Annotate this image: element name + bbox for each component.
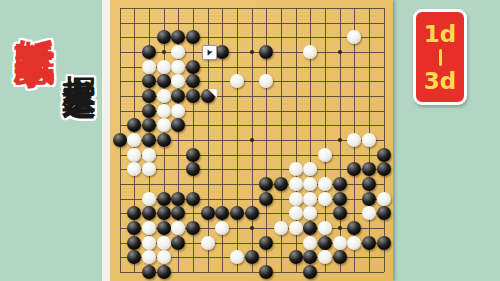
white-stone[interactable] bbox=[157, 250, 171, 264]
black-stone[interactable] bbox=[142, 118, 156, 132]
black-stone[interactable] bbox=[333, 192, 347, 206]
divider-strip bbox=[102, 0, 110, 281]
black-stone[interactable] bbox=[274, 177, 288, 191]
black-stone[interactable] bbox=[186, 30, 200, 44]
white-stone[interactable] bbox=[142, 250, 156, 264]
black-stone[interactable] bbox=[127, 236, 141, 250]
black-stone[interactable] bbox=[347, 221, 361, 235]
white-stone[interactable] bbox=[289, 162, 303, 176]
black-stone[interactable] bbox=[303, 265, 317, 279]
white-stone[interactable] bbox=[171, 60, 185, 74]
badge-rank-bottom: 3d bbox=[424, 69, 456, 93]
black-stone[interactable] bbox=[186, 192, 200, 206]
white-stone[interactable] bbox=[142, 221, 156, 235]
white-stone[interactable] bbox=[303, 162, 317, 176]
black-stone[interactable] bbox=[362, 177, 376, 191]
white-stone[interactable] bbox=[157, 60, 171, 74]
white-stone[interactable] bbox=[318, 177, 332, 191]
black-stone[interactable] bbox=[157, 133, 171, 147]
black-stone[interactable] bbox=[333, 206, 347, 220]
white-stone[interactable] bbox=[289, 177, 303, 191]
black-stone[interactable] bbox=[142, 89, 156, 103]
white-stone[interactable] bbox=[362, 206, 376, 220]
black-stone[interactable] bbox=[259, 192, 273, 206]
black-stone[interactable] bbox=[171, 192, 185, 206]
black-stone[interactable] bbox=[186, 148, 200, 162]
white-stone[interactable] bbox=[347, 133, 361, 147]
black-stone[interactable] bbox=[186, 89, 200, 103]
white-stone[interactable] bbox=[171, 45, 185, 59]
white-stone[interactable] bbox=[274, 221, 288, 235]
black-stone[interactable] bbox=[157, 30, 171, 44]
white-stone[interactable] bbox=[142, 60, 156, 74]
white-stone[interactable] bbox=[142, 162, 156, 176]
white-stone[interactable] bbox=[289, 206, 303, 220]
black-stone[interactable] bbox=[377, 236, 391, 250]
white-stone[interactable] bbox=[157, 104, 171, 118]
white-stone[interactable] bbox=[289, 221, 303, 235]
black-stone[interactable] bbox=[289, 250, 303, 264]
star-point bbox=[338, 138, 342, 142]
white-stone[interactable] bbox=[230, 74, 244, 88]
black-stone[interactable] bbox=[127, 118, 141, 132]
black-stone[interactable] bbox=[201, 206, 215, 220]
white-stone[interactable] bbox=[201, 236, 215, 250]
black-stone[interactable] bbox=[215, 45, 229, 59]
white-stone[interactable] bbox=[303, 206, 317, 220]
black-stone[interactable] bbox=[362, 162, 376, 176]
white-stone[interactable] bbox=[303, 236, 317, 250]
black-stone[interactable] bbox=[303, 250, 317, 264]
black-stone[interactable] bbox=[171, 206, 185, 220]
white-stone[interactable] bbox=[289, 192, 303, 206]
black-stone[interactable] bbox=[245, 250, 259, 264]
white-stone[interactable] bbox=[142, 192, 156, 206]
grid-line-horizontal bbox=[120, 169, 384, 170]
black-stone[interactable] bbox=[333, 250, 347, 264]
black-stone[interactable] bbox=[377, 148, 391, 162]
black-stone[interactable] bbox=[259, 177, 273, 191]
badge-rank-top: 1d bbox=[424, 22, 456, 46]
badge-separator-bar bbox=[439, 49, 442, 66]
white-stone[interactable] bbox=[127, 133, 141, 147]
black-stone[interactable] bbox=[142, 206, 156, 220]
black-stone[interactable] bbox=[186, 221, 200, 235]
mouse-cursor-icon: ➤ bbox=[202, 45, 217, 60]
black-stone[interactable] bbox=[142, 104, 156, 118]
star-point bbox=[338, 50, 342, 54]
black-stone[interactable] bbox=[377, 162, 391, 176]
white-stone[interactable] bbox=[303, 177, 317, 191]
black-stone[interactable] bbox=[318, 236, 332, 250]
white-stone[interactable] bbox=[127, 162, 141, 176]
star-point bbox=[250, 50, 254, 54]
black-stone[interactable] bbox=[113, 133, 127, 147]
black-stone[interactable] bbox=[259, 265, 273, 279]
white-stone[interactable] bbox=[377, 192, 391, 206]
star-point bbox=[338, 226, 342, 230]
black-stone[interactable] bbox=[157, 265, 171, 279]
black-stone[interactable] bbox=[245, 206, 259, 220]
black-stone[interactable] bbox=[171, 30, 185, 44]
black-stone[interactable] bbox=[127, 206, 141, 220]
black-stone[interactable] bbox=[142, 74, 156, 88]
rank-range-badge: 1d 3d bbox=[413, 9, 467, 105]
black-stone[interactable] bbox=[215, 206, 229, 220]
star-point bbox=[250, 138, 254, 142]
black-stone[interactable] bbox=[362, 192, 376, 206]
go-board[interactable]: ➤ bbox=[110, 0, 393, 281]
white-stone[interactable] bbox=[142, 236, 156, 250]
white-stone[interactable] bbox=[303, 192, 317, 206]
black-stone[interactable] bbox=[186, 74, 200, 88]
black-stone[interactable] bbox=[362, 236, 376, 250]
black-stone[interactable] bbox=[127, 250, 141, 264]
black-stone[interactable] bbox=[142, 133, 156, 147]
black-stone[interactable] bbox=[186, 60, 200, 74]
white-stone[interactable] bbox=[303, 45, 317, 59]
black-stone[interactable] bbox=[230, 206, 244, 220]
black-stone[interactable] bbox=[259, 236, 273, 250]
star-point bbox=[250, 226, 254, 230]
white-stone[interactable] bbox=[230, 250, 244, 264]
slogan-red-vertical-text: 斩断实战恶手 bbox=[12, 6, 58, 18]
black-stone[interactable] bbox=[201, 89, 215, 103]
black-stone[interactable] bbox=[171, 118, 185, 132]
black-stone[interactable] bbox=[303, 221, 317, 235]
white-stone[interactable] bbox=[171, 221, 185, 235]
black-stone[interactable] bbox=[347, 162, 361, 176]
white-stone[interactable] bbox=[318, 148, 332, 162]
white-stone[interactable] bbox=[318, 250, 332, 264]
white-stone[interactable] bbox=[157, 89, 171, 103]
white-stone[interactable] bbox=[215, 221, 229, 235]
black-stone[interactable] bbox=[333, 177, 347, 191]
white-stone[interactable] bbox=[318, 221, 332, 235]
star-point bbox=[162, 50, 166, 54]
black-stone[interactable] bbox=[186, 162, 200, 176]
white-stone[interactable] bbox=[142, 148, 156, 162]
slogan-black-vertical-text: 探索棋之正道 bbox=[60, 50, 98, 62]
black-stone[interactable] bbox=[157, 206, 171, 220]
white-stone[interactable] bbox=[157, 118, 171, 132]
black-stone[interactable] bbox=[259, 45, 273, 59]
black-stone[interactable] bbox=[377, 206, 391, 220]
white-stone[interactable] bbox=[157, 236, 171, 250]
white-stone[interactable] bbox=[362, 133, 376, 147]
black-stone[interactable] bbox=[127, 221, 141, 235]
black-stone[interactable] bbox=[157, 192, 171, 206]
grid-line-horizontal bbox=[120, 155, 384, 156]
black-stone[interactable] bbox=[171, 89, 185, 103]
white-stone[interactable] bbox=[127, 148, 141, 162]
white-stone[interactable] bbox=[347, 236, 361, 250]
white-stone[interactable] bbox=[347, 30, 361, 44]
black-stone[interactable] bbox=[157, 74, 171, 88]
black-stone[interactable] bbox=[157, 221, 171, 235]
white-stone[interactable] bbox=[318, 192, 332, 206]
white-stone[interactable] bbox=[259, 74, 273, 88]
black-stone[interactable] bbox=[142, 45, 156, 59]
black-stone[interactable] bbox=[171, 236, 185, 250]
white-stone[interactable] bbox=[171, 74, 185, 88]
grid-line-vertical bbox=[384, 8, 385, 272]
white-stone[interactable] bbox=[333, 236, 347, 250]
black-stone[interactable] bbox=[142, 265, 156, 279]
screenshot-stage: 斩断实战恶手 探索棋之正道 ➤ 1d 3d bbox=[0, 0, 500, 281]
white-stone[interactable] bbox=[171, 104, 185, 118]
